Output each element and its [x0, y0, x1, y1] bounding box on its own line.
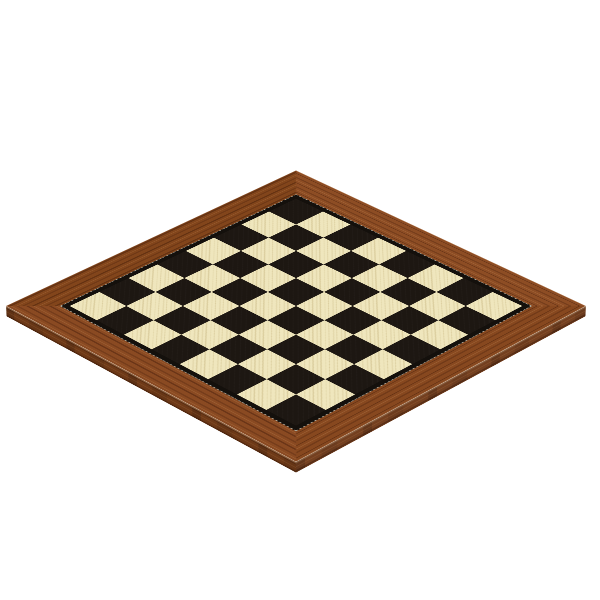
square-a7 — [97, 306, 154, 335]
square-c3 — [267, 335, 325, 364]
square-c5 — [211, 306, 268, 335]
square-d3 — [296, 320, 353, 349]
square-a2 — [237, 379, 296, 410]
square-b3 — [238, 349, 296, 379]
board-grid — [70, 199, 523, 426]
square-e1 — [383, 335, 441, 364]
chess-board — [6, 170, 586, 461]
square-a5 — [152, 335, 210, 364]
square-c1 — [325, 364, 384, 394]
square-b5 — [181, 320, 238, 349]
square-d2 — [325, 335, 383, 364]
square-e2 — [353, 320, 410, 349]
square-f2 — [381, 306, 438, 335]
square-d4 — [268, 306, 325, 335]
chessboard-product-photo — [0, 0, 600, 600]
square-e3 — [324, 306, 381, 335]
board-top-face — [6, 170, 586, 461]
square-a3 — [208, 364, 267, 394]
square-a1 — [266, 394, 325, 425]
square-g1 — [438, 306, 495, 335]
square-a4 — [180, 349, 238, 379]
square-d1 — [354, 349, 412, 379]
square-a6 — [124, 320, 181, 349]
square-b6 — [154, 306, 211, 335]
square-b4 — [209, 335, 267, 364]
square-b1 — [296, 379, 355, 410]
square-b2 — [267, 364, 326, 394]
playing-surface — [60, 194, 532, 431]
square-c2 — [296, 349, 354, 379]
square-c4 — [239, 320, 296, 349]
square-f1 — [411, 320, 468, 349]
